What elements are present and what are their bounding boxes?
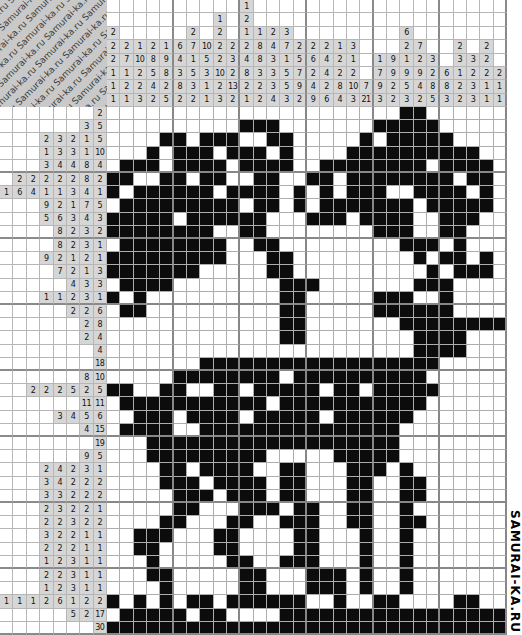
grid-cell-r15-c9[interactable] [214,292,227,305]
grid-cell-r5-c22[interactable] [387,160,400,173]
grid-cell-r33-c18[interactable] [334,529,347,542]
grid-cell-r31-c9[interactable] [214,503,227,516]
grid-cell-r11-c14[interactable] [280,239,293,252]
grid-cell-r16-c22[interactable] [387,305,400,318]
grid-cell-r9-c28[interactable] [467,213,480,226]
grid-cell-r6-c28[interactable] [467,173,480,186]
grid-cell-r12-c16[interactable] [307,252,320,265]
grid-cell-r39-c1[interactable] [107,609,120,622]
grid-cell-r22-c18[interactable] [334,384,347,397]
grid-cell-r23-c2[interactable] [120,397,133,410]
grid-cell-r36-c19[interactable] [347,569,360,582]
grid-cell-r29-c24[interactable] [414,477,427,490]
grid-cell-r9-c26[interactable] [440,213,453,226]
grid-cell-r13-c25[interactable] [427,265,440,278]
grid-cell-r21-c15[interactable] [294,371,307,384]
grid-cell-r2-c28[interactable] [467,120,480,133]
grid-cell-r9-c30[interactable] [494,213,507,226]
grid-cell-r18-c26[interactable] [440,331,453,344]
grid-cell-r32-c15[interactable] [294,516,307,529]
grid-cell-r29-c3[interactable] [134,477,147,490]
grid-cell-r35-c24[interactable] [414,556,427,569]
grid-cell-r1-c28[interactable] [467,107,480,120]
grid-cell-r40-c20[interactable] [360,622,373,635]
grid-cell-r32-c10[interactable] [227,516,240,529]
grid-cell-r31-c3[interactable] [134,503,147,516]
grid-cell-r18-c10[interactable] [227,331,240,344]
grid-cell-r24-c5[interactable] [160,411,173,424]
grid-cell-r25-c12[interactable] [254,424,267,437]
grid-cell-r15-c23[interactable] [400,292,413,305]
grid-cell-r9-c23[interactable] [400,213,413,226]
grid-cell-r17-c18[interactable] [334,318,347,331]
grid-cell-r29-c20[interactable] [360,477,373,490]
grid-cell-r24-c10[interactable] [227,411,240,424]
grid-cell-r35-c18[interactable] [334,556,347,569]
grid-cell-r40-c30[interactable] [494,622,507,635]
grid-cell-r10-c2[interactable] [120,226,133,239]
grid-cell-r9-c29[interactable] [480,213,493,226]
grid-cell-r34-c6[interactable] [174,543,187,556]
grid-cell-r40-c21[interactable] [374,622,387,635]
grid-cell-r19-c26[interactable] [440,345,453,358]
grid-cell-r3-c20[interactable] [360,133,373,146]
grid-cell-r15-c29[interactable] [480,292,493,305]
grid-cell-r3-c25[interactable] [427,133,440,146]
grid-cell-r17-c19[interactable] [347,318,360,331]
grid-cell-r38-c24[interactable] [414,595,427,608]
grid-cell-r38-c14[interactable] [280,595,293,608]
grid-cell-r32-c8[interactable] [200,516,213,529]
grid-cell-r29-c18[interactable] [334,477,347,490]
grid-cell-r20-c15[interactable] [294,358,307,371]
grid-cell-r13-c5[interactable] [160,265,173,278]
grid-cell-r18-c13[interactable] [267,331,280,344]
grid-cell-r28-c24[interactable] [414,463,427,476]
grid-cell-r15-c5[interactable] [160,292,173,305]
grid-cell-r18-c15[interactable] [294,331,307,344]
grid-cell-r38-c4[interactable] [147,595,160,608]
grid-cell-r38-c28[interactable] [467,595,480,608]
grid-cell-r12-c1[interactable] [107,252,120,265]
grid-cell-r24-c11[interactable] [240,411,253,424]
grid-cell-r33-c9[interactable] [214,529,227,542]
grid-cell-r14-c20[interactable] [360,279,373,292]
grid-cell-r16-c19[interactable] [347,305,360,318]
grid-cell-r34-c8[interactable] [200,543,213,556]
grid-cell-r23-c10[interactable] [227,397,240,410]
grid-cell-r28-c26[interactable] [440,463,453,476]
grid-cell-r7-c3[interactable] [134,186,147,199]
grid-cell-r20-c4[interactable] [147,358,160,371]
grid-cell-r33-c12[interactable] [254,529,267,542]
grid-cell-r19-c6[interactable] [174,345,187,358]
grid-cell-r31-c13[interactable] [267,503,280,516]
grid-cell-r4-c28[interactable] [467,147,480,160]
grid-cell-r21-c30[interactable] [494,371,507,384]
grid-cell-r11-c9[interactable] [214,239,227,252]
grid-cell-r1-c6[interactable] [174,107,187,120]
grid-cell-r6-c19[interactable] [347,173,360,186]
grid-cell-r40-c8[interactable] [200,622,213,635]
grid-cell-r12-c8[interactable] [200,252,213,265]
grid-cell-r13-c30[interactable] [494,265,507,278]
grid-cell-r8-c11[interactable] [240,199,253,212]
grid-cell-r23-c23[interactable] [400,397,413,410]
grid-cell-r8-c22[interactable] [387,199,400,212]
grid-cell-r40-c17[interactable] [320,622,333,635]
grid-cell-r30-c23[interactable] [400,490,413,503]
grid-cell-r10-c24[interactable] [414,226,427,239]
grid-cell-r21-c5[interactable] [160,371,173,384]
grid-cell-r1-c17[interactable] [320,107,333,120]
grid-cell-r16-c18[interactable] [334,305,347,318]
grid-cell-r2-c20[interactable] [360,120,373,133]
grid-cell-r20-c22[interactable] [387,358,400,371]
grid-cell-r26-c15[interactable] [294,437,307,450]
grid-cell-r20-c2[interactable] [120,358,133,371]
grid-cell-r19-c18[interactable] [334,345,347,358]
grid-cell-r7-c21[interactable] [374,186,387,199]
grid-cell-r36-c18[interactable] [334,569,347,582]
grid-cell-r13-c20[interactable] [360,265,373,278]
grid-cell-r11-c12[interactable] [254,239,267,252]
grid-cell-r38-c2[interactable] [120,595,133,608]
grid-cell-r35-c7[interactable] [187,556,200,569]
grid-cell-r22-c4[interactable] [147,384,160,397]
grid-cell-r32-c4[interactable] [147,516,160,529]
grid-cell-r37-c16[interactable] [307,582,320,595]
grid-cell-r31-c12[interactable] [254,503,267,516]
grid-cell-r37-c24[interactable] [414,582,427,595]
grid-cell-r16-c25[interactable] [427,305,440,318]
grid-cell-r5-c16[interactable] [307,160,320,173]
grid-cell-r8-c8[interactable] [200,199,213,212]
grid-cell-r26-c28[interactable] [467,437,480,450]
grid-cell-r5-c15[interactable] [294,160,307,173]
grid-cell-r19-c30[interactable] [494,345,507,358]
grid-cell-r20-c21[interactable] [374,358,387,371]
grid-cell-r36-c24[interactable] [414,569,427,582]
grid-cell-r14-c14[interactable] [280,279,293,292]
grid-cell-r22-c30[interactable] [494,384,507,397]
grid-cell-r28-c5[interactable] [160,463,173,476]
grid-cell-r39-c7[interactable] [187,609,200,622]
grid-cell-r22-c22[interactable] [387,384,400,397]
grid-cell-r15-c8[interactable] [200,292,213,305]
grid-cell-r25-c4[interactable] [147,424,160,437]
grid-cell-r5-c18[interactable] [334,160,347,173]
grid-cell-r6-c13[interactable] [267,173,280,186]
grid-cell-r14-c13[interactable] [267,279,280,292]
grid-cell-r25-c8[interactable] [200,424,213,437]
grid-cell-r31-c1[interactable] [107,503,120,516]
grid-cell-r27-c19[interactable] [347,450,360,463]
grid-cell-r25-c28[interactable] [467,424,480,437]
grid-cell-r27-c10[interactable] [227,450,240,463]
grid-cell-r18-c21[interactable] [374,331,387,344]
grid-cell-r32-c22[interactable] [387,516,400,529]
grid-cell-r24-c25[interactable] [427,411,440,424]
grid-cell-r1-c21[interactable] [374,107,387,120]
grid-cell-r22-c14[interactable] [280,384,293,397]
grid-cell-r17-c13[interactable] [267,318,280,331]
grid-cell-r16-c4[interactable] [147,305,160,318]
grid-cell-r39-c2[interactable] [120,609,133,622]
grid-cell-r35-c2[interactable] [120,556,133,569]
grid-cell-r16-c13[interactable] [267,305,280,318]
grid-cell-r9-c17[interactable] [320,213,333,226]
grid-cell-r9-c21[interactable] [374,213,387,226]
grid-cell-r13-c27[interactable] [454,265,467,278]
grid-cell-r6-c21[interactable] [374,173,387,186]
grid-cell-r13-c18[interactable] [334,265,347,278]
grid-cell-r7-c18[interactable] [334,186,347,199]
grid-cell-r23-c16[interactable] [307,397,320,410]
grid-cell-r24-c17[interactable] [320,411,333,424]
grid-cell-r7-c20[interactable] [360,186,373,199]
grid-cell-r4-c14[interactable] [280,147,293,160]
grid-cell-r16-c16[interactable] [307,305,320,318]
grid-cell-r10-c19[interactable] [347,226,360,239]
grid-cell-r29-c10[interactable] [227,477,240,490]
grid-cell-r4-c18[interactable] [334,147,347,160]
grid-cell-r23-c14[interactable] [280,397,293,410]
grid-cell-r19-c12[interactable] [254,345,267,358]
grid-cell-r40-c3[interactable] [134,622,147,635]
grid-cell-r4-c7[interactable] [187,147,200,160]
grid-cell-r21-c21[interactable] [374,371,387,384]
grid-cell-r37-c8[interactable] [200,582,213,595]
grid-cell-r28-c22[interactable] [387,463,400,476]
grid-cell-r6-c30[interactable] [494,173,507,186]
grid-cell-r17-c14[interactable] [280,318,293,331]
grid-cell-r31-c25[interactable] [427,503,440,516]
grid-cell-r8-c26[interactable] [440,199,453,212]
grid-cell-r32-c3[interactable] [134,516,147,529]
grid-cell-r33-c8[interactable] [200,529,213,542]
grid-cell-r20-c19[interactable] [347,358,360,371]
grid-cell-r5-c9[interactable] [214,160,227,173]
grid-cell-r24-c15[interactable] [294,411,307,424]
grid-cell-r37-c12[interactable] [254,582,267,595]
grid-cell-r23-c7[interactable] [187,397,200,410]
grid-cell-r2-c17[interactable] [320,120,333,133]
grid-cell-r10-c22[interactable] [387,226,400,239]
grid-cell-r35-c25[interactable] [427,556,440,569]
grid-cell-r28-c17[interactable] [320,463,333,476]
grid-cell-r20-c27[interactable] [454,358,467,371]
grid-cell-r27-c24[interactable] [414,450,427,463]
grid-cell-r10-c15[interactable] [294,226,307,239]
grid-cell-r35-c5[interactable] [160,556,173,569]
grid-cell-r8-c21[interactable] [374,199,387,212]
grid-cell-r9-c9[interactable] [214,213,227,226]
grid-cell-r1-c9[interactable] [214,107,227,120]
grid-cell-r7-c10[interactable] [227,186,240,199]
grid-cell-r7-c1[interactable] [107,186,120,199]
grid-cell-r34-c28[interactable] [467,543,480,556]
grid-cell-r32-c6[interactable] [174,516,187,529]
grid-cell-r26-c20[interactable] [360,437,373,450]
grid-cell-r17-c2[interactable] [120,318,133,331]
grid-cell-r3-c4[interactable] [147,133,160,146]
grid-cell-r14-c5[interactable] [160,279,173,292]
grid-cell-r27-c28[interactable] [467,450,480,463]
grid-cell-r27-c1[interactable] [107,450,120,463]
grid-cell-r11-c24[interactable] [414,239,427,252]
grid-cell-r34-c10[interactable] [227,543,240,556]
grid-cell-r2-c19[interactable] [347,120,360,133]
grid-cell-r12-c25[interactable] [427,252,440,265]
grid-cell-r19-c24[interactable] [414,345,427,358]
grid-cell-r3-c6[interactable] [174,133,187,146]
grid-cell-r34-c4[interactable] [147,543,160,556]
grid-cell-r18-c25[interactable] [427,331,440,344]
grid-cell-r14-c1[interactable] [107,279,120,292]
grid-cell-r13-c6[interactable] [174,265,187,278]
grid-cell-r21-c27[interactable] [454,371,467,384]
grid-cell-r21-c12[interactable] [254,371,267,384]
grid-cell-r9-c10[interactable] [227,213,240,226]
grid-cell-r38-c1[interactable] [107,595,120,608]
grid-cell-r5-c19[interactable] [347,160,360,173]
grid-cell-r29-c1[interactable] [107,477,120,490]
grid-cell-r5-c23[interactable] [400,160,413,173]
grid-cell-r20-c17[interactable] [320,358,333,371]
grid-cell-r24-c14[interactable] [280,411,293,424]
grid-cell-r31-c8[interactable] [200,503,213,516]
grid-cell-r5-c6[interactable] [174,160,187,173]
grid-cell-r2-c25[interactable] [427,120,440,133]
grid-cell-r26-c26[interactable] [440,437,453,450]
grid-cell-r3-c30[interactable] [494,133,507,146]
grid-cell-r23-c8[interactable] [200,397,213,410]
grid-cell-r18-c9[interactable] [214,331,227,344]
grid-cell-r2-c18[interactable] [334,120,347,133]
grid-cell-r14-c29[interactable] [480,279,493,292]
grid-cell-r32-c17[interactable] [320,516,333,529]
grid-cell-r11-c28[interactable] [467,239,480,252]
grid-cell-r16-c27[interactable] [454,305,467,318]
grid-cell-r14-c22[interactable] [387,279,400,292]
grid-cell-r7-c6[interactable] [174,186,187,199]
grid-cell-r26-c21[interactable] [374,437,387,450]
grid-cell-r34-c1[interactable] [107,543,120,556]
grid-cell-r40-c10[interactable] [227,622,240,635]
grid-cell-r18-c30[interactable] [494,331,507,344]
grid-cell-r38-c16[interactable] [307,595,320,608]
grid-cell-r3-c11[interactable] [240,133,253,146]
grid-cell-r30-c18[interactable] [334,490,347,503]
grid-cell-r8-c27[interactable] [454,199,467,212]
grid-cell-r29-c22[interactable] [387,477,400,490]
grid-cell-r39-c6[interactable] [174,609,187,622]
grid-cell-r24-c1[interactable] [107,411,120,424]
grid-cell-r20-c6[interactable] [174,358,187,371]
grid-cell-r15-c26[interactable] [440,292,453,305]
grid-cell-r12-c15[interactable] [294,252,307,265]
grid-cell-r5-c20[interactable] [360,160,373,173]
grid-cell-r21-c2[interactable] [120,371,133,384]
grid-cell-r7-c2[interactable] [120,186,133,199]
grid-cell-r27-c8[interactable] [200,450,213,463]
grid-cell-r34-c13[interactable] [267,543,280,556]
grid-cell-r32-c21[interactable] [374,516,387,529]
grid-cell-r10-c12[interactable] [254,226,267,239]
grid-cell-r1-c19[interactable] [347,107,360,120]
grid-cell-r10-c20[interactable] [360,226,373,239]
grid-cell-r22-c6[interactable] [174,384,187,397]
grid-cell-r24-c18[interactable] [334,411,347,424]
grid-cell-r31-c15[interactable] [294,503,307,516]
grid-cell-r1-c30[interactable] [494,107,507,120]
grid-cell-r7-c29[interactable] [480,186,493,199]
grid-cell-r3-c5[interactable] [160,133,173,146]
grid-cell-r17-c16[interactable] [307,318,320,331]
grid-cell-r15-c24[interactable] [414,292,427,305]
grid-cell-r15-c27[interactable] [454,292,467,305]
grid-cell-r7-c4[interactable] [147,186,160,199]
grid-cell-r32-c9[interactable] [214,516,227,529]
grid-cell-r23-c12[interactable] [254,397,267,410]
grid-cell-r18-c1[interactable] [107,331,120,344]
grid-cell-r8-c18[interactable] [334,199,347,212]
grid-cell-r3-c13[interactable] [267,133,280,146]
grid-cell-r19-c25[interactable] [427,345,440,358]
grid-cell-r6-c16[interactable] [307,173,320,186]
grid-cell-r23-c4[interactable] [147,397,160,410]
grid-cell-r21-c6[interactable] [174,371,187,384]
grid-cell-r34-c11[interactable] [240,543,253,556]
grid-cell-r36-c22[interactable] [387,569,400,582]
grid-cell-r10-c17[interactable] [320,226,333,239]
grid-cell-r36-c25[interactable] [427,569,440,582]
grid-cell-r7-c24[interactable] [414,186,427,199]
grid-cell-r18-c4[interactable] [147,331,160,344]
grid-cell-r35-c27[interactable] [454,556,467,569]
grid-cell-r39-c29[interactable] [480,609,493,622]
grid-cell-r5-c14[interactable] [280,160,293,173]
grid-cell-r31-c18[interactable] [334,503,347,516]
grid-cell-r29-c2[interactable] [120,477,133,490]
grid-cell-r20-c5[interactable] [160,358,173,371]
grid-cell-r23-c9[interactable] [214,397,227,410]
grid-cell-r22-c19[interactable] [347,384,360,397]
grid-cell-r40-c24[interactable] [414,622,427,635]
grid-cell-r32-c28[interactable] [467,516,480,529]
grid-cell-r5-c25[interactable] [427,160,440,173]
grid-cell-r17-c21[interactable] [374,318,387,331]
grid-cell-r37-c29[interactable] [480,582,493,595]
grid-cell-r33-c19[interactable] [347,529,360,542]
grid-cell-r21-c13[interactable] [267,371,280,384]
grid-cell-r19-c9[interactable] [214,345,227,358]
grid-cell-r13-c22[interactable] [387,265,400,278]
grid-cell-r27-c4[interactable] [147,450,160,463]
grid-cell-r5-c29[interactable] [480,160,493,173]
grid-cell-r2-c13[interactable] [267,120,280,133]
grid-cell-r30-c6[interactable] [174,490,187,503]
grid-cell-r11-c11[interactable] [240,239,253,252]
grid-cell-r32-c12[interactable] [254,516,267,529]
grid-cell-r3-c19[interactable] [347,133,360,146]
grid-cell-r33-c5[interactable] [160,529,173,542]
grid-cell-r27-c22[interactable] [387,450,400,463]
grid-cell-r30-c28[interactable] [467,490,480,503]
grid-cell-r20-c23[interactable] [400,358,413,371]
grid-cell-r3-c3[interactable] [134,133,147,146]
